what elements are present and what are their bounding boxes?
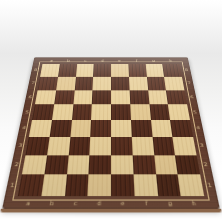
file-label: h <box>162 58 180 63</box>
rank-label: 4 <box>192 120 205 137</box>
square-a5 <box>32 104 54 120</box>
rank-label: 4 <box>17 120 30 137</box>
square-c7 <box>74 77 93 90</box>
square-h7 <box>164 77 184 90</box>
square-b1 <box>41 175 66 196</box>
rank-label: 5 <box>21 104 33 120</box>
square-h6 <box>166 90 187 104</box>
square-g6 <box>148 90 168 104</box>
rank-label: 8 <box>30 64 40 77</box>
file-label: h <box>181 198 206 207</box>
square-a3 <box>25 137 49 155</box>
square-b7 <box>56 77 76 90</box>
square-g1 <box>156 175 181 196</box>
square-c4 <box>70 120 91 137</box>
square-b4 <box>49 120 71 137</box>
square-c3 <box>68 137 90 155</box>
rank-label: 7 <box>184 77 195 90</box>
square-e4 <box>111 120 132 137</box>
square-c6 <box>73 90 93 104</box>
square-c5 <box>72 104 92 120</box>
square-f2 <box>132 155 155 175</box>
square-g7 <box>146 77 166 90</box>
rank-label: 5 <box>189 104 201 120</box>
square-f5 <box>130 104 150 120</box>
square-a1 <box>18 175 44 196</box>
rank-label: 6 <box>186 90 197 104</box>
square-d1 <box>88 175 111 196</box>
square-c1 <box>64 175 88 196</box>
square-f1 <box>133 175 157 196</box>
square-e3 <box>111 137 132 155</box>
squares <box>18 64 204 196</box>
square-c2 <box>66 155 89 175</box>
file-label: d <box>87 198 111 207</box>
square-b6 <box>54 90 74 104</box>
square-d4 <box>90 120 111 137</box>
square-e2 <box>111 155 133 175</box>
square-d3 <box>90 137 111 155</box>
file-label: f <box>134 198 158 207</box>
square-h5 <box>168 104 190 120</box>
file-label: e <box>111 58 128 63</box>
square-a4 <box>29 120 52 137</box>
square-d8 <box>93 64 111 77</box>
square-f3 <box>132 137 154 155</box>
square-d2 <box>89 155 111 175</box>
square-h3 <box>173 137 197 155</box>
square-f8 <box>128 64 146 77</box>
square-e5 <box>111 104 131 120</box>
rank-label: 3 <box>14 137 27 155</box>
square-g3 <box>152 137 175 155</box>
file-label: b <box>39 198 64 207</box>
square-f4 <box>131 120 152 137</box>
square-a7 <box>38 77 58 90</box>
square-d7 <box>93 77 111 90</box>
square-f7 <box>129 77 148 90</box>
square-e6 <box>111 90 130 104</box>
file-label: c <box>77 58 94 63</box>
file-labels-top: abcdefgh <box>43 58 180 63</box>
square-b8 <box>58 64 77 77</box>
product-photo-stage: abcdefgh abcdefgh 87654321 87654321 <box>0 0 222 222</box>
square-e1 <box>111 175 134 196</box>
square-g5 <box>149 104 170 120</box>
square-h1 <box>178 175 204 196</box>
file-label: a <box>16 198 41 207</box>
square-e7 <box>111 77 129 90</box>
rank-label: 1 <box>202 175 217 196</box>
rank-label: 6 <box>24 90 35 104</box>
rank-label: 2 <box>199 155 213 175</box>
square-c8 <box>76 64 94 77</box>
square-b5 <box>52 104 73 120</box>
square-d6 <box>92 90 111 104</box>
square-f6 <box>129 90 149 104</box>
square-h8 <box>162 64 181 77</box>
square-g4 <box>151 120 173 137</box>
file-label: g <box>145 58 163 63</box>
square-h4 <box>170 120 193 137</box>
file-label: e <box>111 198 135 207</box>
rank-label: 7 <box>27 77 38 90</box>
file-label: b <box>60 58 78 63</box>
square-a2 <box>22 155 47 175</box>
file-labels-bottom: abcdefgh <box>16 198 207 207</box>
chessboard: abcdefgh abcdefgh 87654321 87654321 <box>2 57 220 208</box>
file-label: f <box>128 58 145 63</box>
file-label: c <box>63 198 87 207</box>
file-label: a <box>43 58 61 63</box>
square-b2 <box>44 155 68 175</box>
square-a6 <box>35 90 56 104</box>
rank-label: 8 <box>181 64 191 77</box>
square-e8 <box>111 64 129 77</box>
square-g2 <box>154 155 178 175</box>
square-g8 <box>145 64 164 77</box>
file-label: d <box>94 58 111 63</box>
file-label: g <box>158 198 183 207</box>
square-a8 <box>40 64 59 77</box>
rank-label: 3 <box>195 137 208 155</box>
square-b3 <box>47 137 70 155</box>
square-h2 <box>175 155 200 175</box>
square-d5 <box>91 104 111 120</box>
